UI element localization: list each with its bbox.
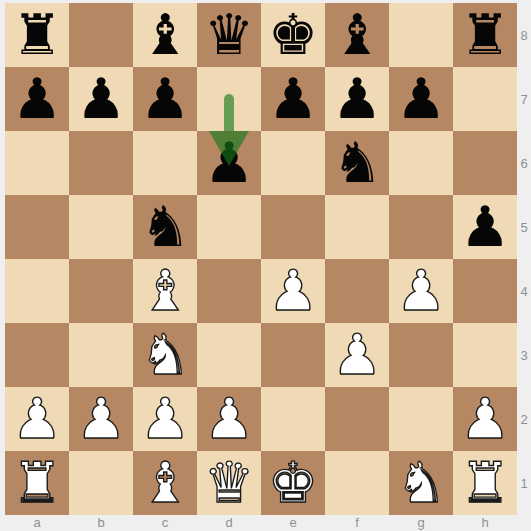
square-b3[interactable] [69,323,133,387]
square-a5[interactable] [5,195,69,259]
square-h2[interactable]: ♟ [453,387,517,451]
white-queen[interactable]: ♛ [204,451,254,515]
file-label-d: d [197,515,261,531]
square-e8[interactable]: ♚ [261,3,325,67]
square-d6[interactable]: ♟ [197,131,261,195]
square-b6[interactable] [69,131,133,195]
black-pawn[interactable]: ♟ [76,67,126,131]
white-pawn[interactable]: ♟ [140,387,190,451]
square-g7[interactable]: ♟ [389,67,453,131]
square-f1[interactable] [325,451,389,515]
square-h1[interactable]: ♜ [453,451,517,515]
square-h3[interactable] [453,323,517,387]
square-c1[interactable]: ♝ [133,451,197,515]
square-f6[interactable]: ♞ [325,131,389,195]
black-pawn[interactable]: ♟ [396,67,446,131]
black-pawn[interactable]: ♟ [460,195,510,259]
square-g5[interactable] [389,195,453,259]
white-knight[interactable]: ♞ [140,323,190,387]
square-c6[interactable] [133,131,197,195]
square-b4[interactable] [69,259,133,323]
rank-label-1: 1 [517,451,531,515]
file-label-a: a [5,515,69,531]
white-rook[interactable]: ♜ [460,451,510,515]
white-rook[interactable]: ♜ [12,451,62,515]
square-h4[interactable] [453,259,517,323]
black-queen[interactable]: ♛ [204,3,254,67]
square-e5[interactable] [261,195,325,259]
square-g1[interactable]: ♞ [389,451,453,515]
square-f5[interactable] [325,195,389,259]
square-h8[interactable]: ♜ [453,3,517,67]
file-label-c: c [133,515,197,531]
square-c2[interactable]: ♟ [133,387,197,451]
file-label-b: b [69,515,133,531]
white-pawn[interactable]: ♟ [12,387,62,451]
square-g4[interactable]: ♟ [389,259,453,323]
file-coordinates: abcdefgh [5,515,517,531]
rank-label-2: 2 [517,387,531,451]
file-label-f: f [325,515,389,531]
file-label-g: g [389,515,453,531]
square-e7[interactable]: ♟ [261,67,325,131]
square-a3[interactable] [5,323,69,387]
rank-label-4: 4 [517,259,531,323]
white-pawn[interactable]: ♟ [76,387,126,451]
black-bishop[interactable]: ♝ [332,3,382,67]
square-h5[interactable]: ♟ [453,195,517,259]
black-pawn[interactable]: ♟ [204,131,254,195]
square-e6[interactable] [261,131,325,195]
square-b5[interactable] [69,195,133,259]
chess-board: ♜♝♛♚♝♜♟♟♟♟♟♟♟♞♞♟♝♟♟♞♟♟♟♟♟♟♜♝♛♚♞♜ [5,3,517,515]
square-a1[interactable]: ♜ [5,451,69,515]
black-pawn[interactable]: ♟ [140,67,190,131]
square-h7[interactable] [453,67,517,131]
rank-label-8: 8 [517,3,531,67]
square-f4[interactable] [325,259,389,323]
square-c3[interactable]: ♞ [133,323,197,387]
black-knight[interactable]: ♞ [332,131,382,195]
file-label-h: h [453,515,517,531]
square-b2[interactable]: ♟ [69,387,133,451]
rank-label-3: 3 [517,323,531,387]
square-b7[interactable]: ♟ [69,67,133,131]
square-d2[interactable]: ♟ [197,387,261,451]
square-a7[interactable]: ♟ [5,67,69,131]
black-pawn[interactable]: ♟ [332,67,382,131]
square-g8[interactable] [389,3,453,67]
black-knight[interactable]: ♞ [140,195,190,259]
white-knight[interactable]: ♞ [396,451,446,515]
square-a6[interactable] [5,131,69,195]
square-f8[interactable]: ♝ [325,3,389,67]
white-king[interactable]: ♚ [268,451,318,515]
square-d5[interactable] [197,195,261,259]
white-pawn[interactable]: ♟ [204,387,254,451]
black-pawn[interactable]: ♟ [268,67,318,131]
square-a8[interactable]: ♜ [5,3,69,67]
square-e2[interactable] [261,387,325,451]
square-g3[interactable] [389,323,453,387]
square-d7[interactable] [197,67,261,131]
square-e3[interactable] [261,323,325,387]
black-king[interactable]: ♚ [268,3,318,67]
square-b8[interactable] [69,3,133,67]
rank-coordinates: 87654321 [517,3,531,515]
square-d3[interactable] [197,323,261,387]
square-c5[interactable]: ♞ [133,195,197,259]
white-pawn[interactable]: ♟ [396,259,446,323]
chess-board-page: ♜♝♛♚♝♜♟♟♟♟♟♟♟♞♞♟♝♟♟♞♟♟♟♟♟♟♜♝♛♚♞♜ 8765432… [0,0,531,531]
rank-label-7: 7 [517,67,531,131]
square-d4[interactable] [197,259,261,323]
white-pawn[interactable]: ♟ [460,387,510,451]
square-e1[interactable]: ♚ [261,451,325,515]
rank-label-6: 6 [517,131,531,195]
black-rook[interactable]: ♜ [460,3,510,67]
file-label-e: e [261,515,325,531]
square-d8[interactable]: ♛ [197,3,261,67]
square-e4[interactable]: ♟ [261,259,325,323]
square-c4[interactable]: ♝ [133,259,197,323]
square-d1[interactable]: ♛ [197,451,261,515]
square-a2[interactable]: ♟ [5,387,69,451]
rank-label-5: 5 [517,195,531,259]
square-f3[interactable]: ♟ [325,323,389,387]
white-pawn[interactable]: ♟ [332,323,382,387]
white-pawn[interactable]: ♟ [268,259,318,323]
square-b1[interactable] [69,451,133,515]
black-rook[interactable]: ♜ [12,3,62,67]
square-f2[interactable] [325,387,389,451]
square-g6[interactable] [389,131,453,195]
square-g2[interactable] [389,387,453,451]
square-f7[interactable]: ♟ [325,67,389,131]
black-bishop[interactable]: ♝ [140,3,190,67]
square-a4[interactable] [5,259,69,323]
square-c8[interactable]: ♝ [133,3,197,67]
square-c7[interactable]: ♟ [133,67,197,131]
square-h6[interactable] [453,131,517,195]
white-bishop[interactable]: ♝ [140,451,190,515]
white-bishop[interactable]: ♝ [140,259,190,323]
black-pawn[interactable]: ♟ [12,67,62,131]
